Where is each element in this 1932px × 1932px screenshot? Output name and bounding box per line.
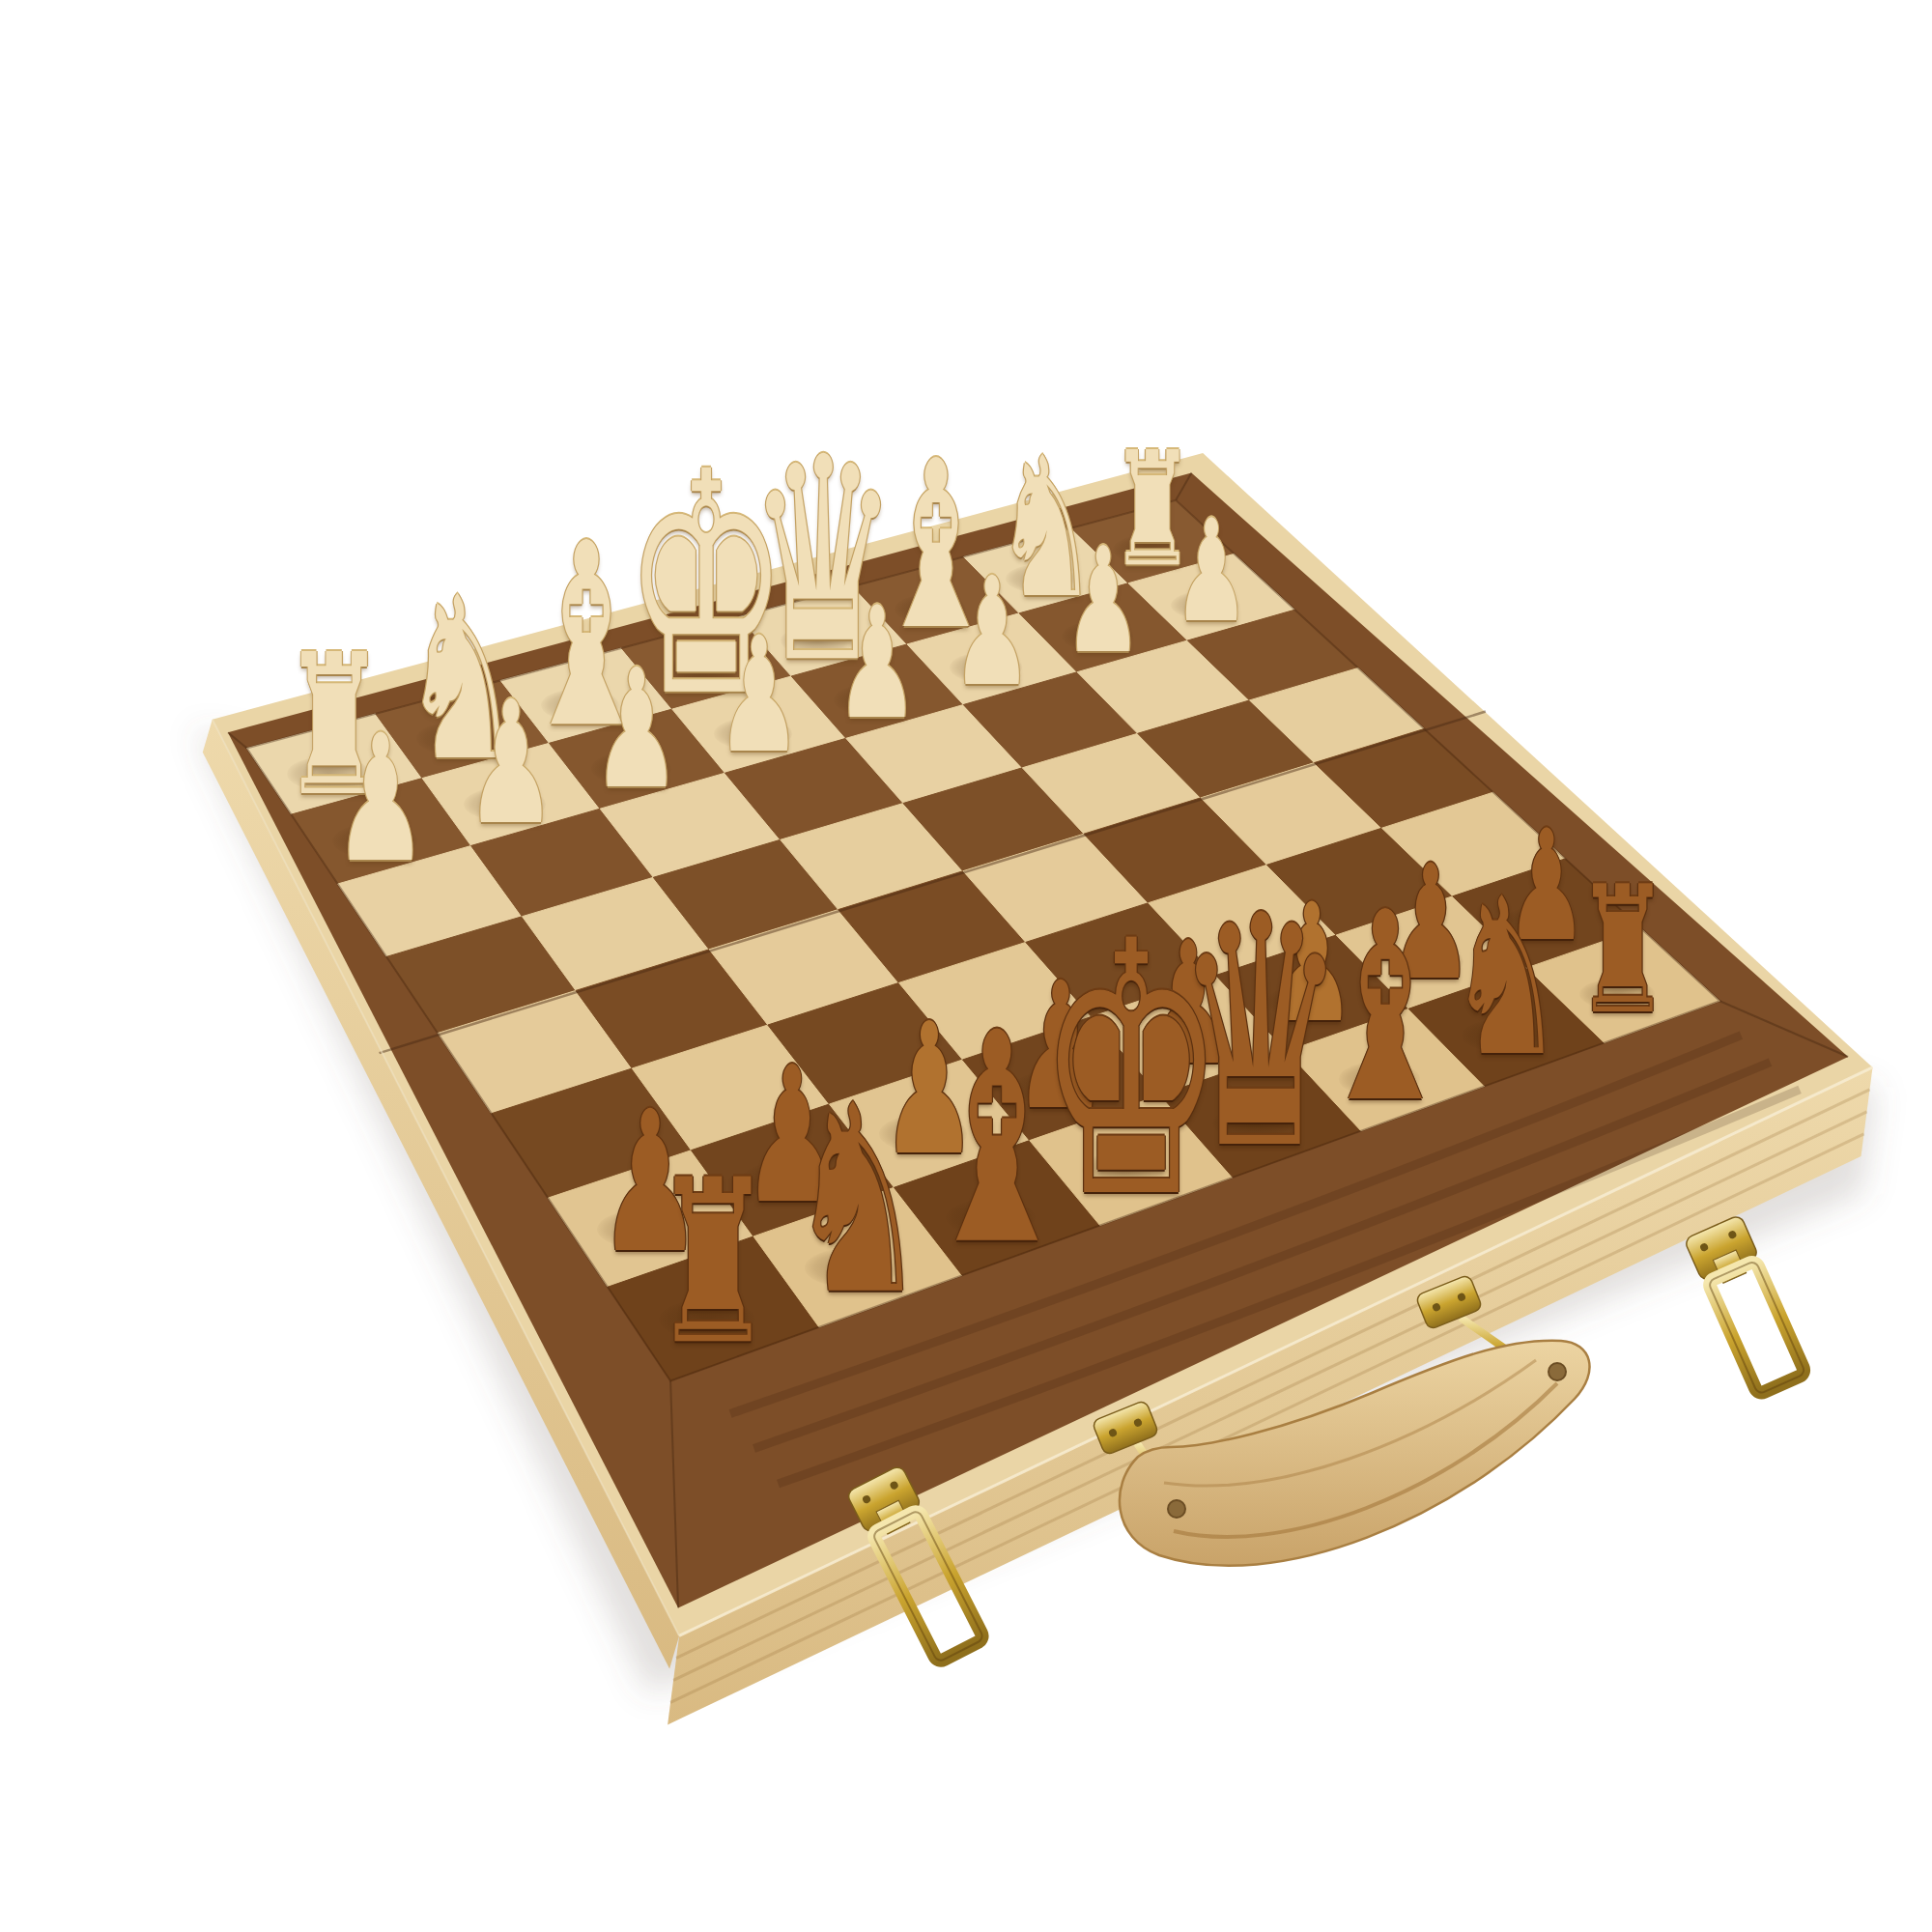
piece-white-pawn-b2[interactable]: ♟	[1064, 528, 1142, 674]
piece-dark-bishop-f8[interactable]: ♝	[919, 995, 1074, 1285]
piece-white-pawn-d2[interactable]: ♟	[836, 586, 919, 741]
piece-white-pawn-h2[interactable]: ♟	[333, 712, 428, 888]
piece-dark-rook-h8[interactable]: ♜	[652, 1151, 774, 1378]
piece-white-pawn-g2[interactable]: ♟	[466, 679, 557, 849]
piece-dark-rook-a8[interactable]: ♜	[1576, 863, 1670, 1038]
piece-dark-knight-g8[interactable]: ♞	[787, 1071, 926, 1330]
piece-dark-knight-b8[interactable]: ♞	[1448, 871, 1565, 1089]
chess-case-scene: ♜♞♝♚♛♝♞♜♟♟♟♟♟♟♟♟♟♟♟♟♟♟♟♟♜♞♝♚♛♝♞♜	[0, 0, 1932, 1932]
piece-white-pawn-f2[interactable]: ♟	[592, 647, 681, 811]
piece-white-pawn-e2[interactable]: ♟	[716, 616, 802, 776]
right-latch[interactable]	[1684, 1214, 1810, 1397]
piece-white-pawn-a2[interactable]: ♟	[1174, 501, 1250, 642]
handle-hole	[1548, 1363, 1566, 1380]
piece-white-pawn-c2[interactable]: ♟	[952, 557, 1033, 707]
handle-hole	[1168, 1500, 1185, 1518]
